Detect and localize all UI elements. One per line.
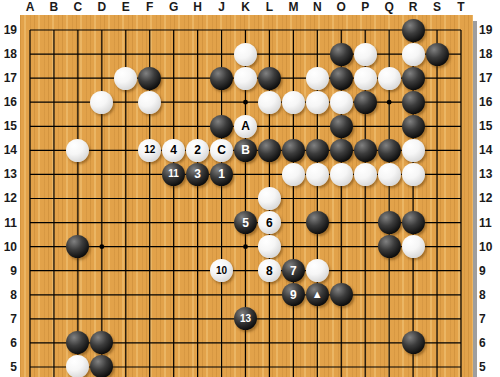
stone-white-L9[interactable]: 8 [258,259,281,282]
stone-black-F17[interactable] [138,67,161,90]
stone-black-J17[interactable] [210,67,233,90]
col-label-C: C [68,0,88,15]
col-label-O: O [331,0,351,15]
stone-black-O14[interactable] [330,139,353,162]
col-label-G: G [164,0,184,15]
go-diagram: ABCDEFGHJKLMNOPQRST 19181716151413121110… [0,0,500,377]
stone-white-M16[interactable] [282,91,305,114]
row-label-left-17: 17 [0,70,17,86]
col-label-L: L [259,0,279,15]
row-label-left-19: 19 [0,22,17,38]
row-label-right-8: 8 [479,287,499,303]
stone-white-E17[interactable] [114,67,137,90]
stone-black-J15[interactable] [210,115,233,138]
stone-white-P17[interactable] [354,67,377,90]
stone-white-F14[interactable]: 12 [138,139,161,162]
stone-black-D5[interactable] [90,355,113,377]
stone-black-R15[interactable] [402,115,425,138]
stone-white-F16[interactable] [138,91,161,114]
row-label-right-10: 10 [479,239,499,255]
row-label-left-10: 10 [0,239,17,255]
star-point-K10 [243,244,248,249]
stone-white-J14[interactable]: C [210,139,233,162]
col-label-F: F [140,0,160,15]
stone-black-G13[interactable]: 11 [162,163,185,186]
row-label-right-15: 15 [479,118,499,134]
col-label-K: K [235,0,255,15]
stone-white-K17[interactable] [234,67,257,90]
row-label-left-12: 12 [0,190,17,206]
stone-white-O16[interactable] [330,91,353,114]
stone-white-K15[interactable]: A [234,115,257,138]
stone-white-R18[interactable] [402,43,425,66]
col-label-P: P [355,0,375,15]
stone-black-R19[interactable] [402,19,425,42]
col-label-M: M [283,0,303,15]
stone-white-N16[interactable] [306,91,329,114]
row-label-left-5: 5 [0,359,17,375]
stone-white-N9[interactable] [306,259,329,282]
row-label-right-9: 9 [479,263,499,279]
stone-white-R13[interactable] [402,163,425,186]
stone-white-L11[interactable]: 6 [258,211,281,234]
stone-black-O15[interactable] [330,115,353,138]
stone-black-R16[interactable] [402,91,425,114]
row-label-right-16: 16 [479,94,499,110]
stone-black-Q10[interactable] [378,235,401,258]
stone-white-M13[interactable] [282,163,305,186]
row-label-left-8: 8 [0,287,17,303]
row-label-right-12: 12 [479,190,499,206]
row-label-right-6: 6 [479,335,499,351]
stone-white-N17[interactable] [306,67,329,90]
stone-white-D16[interactable] [90,91,113,114]
star-point-Q16 [387,100,392,105]
row-label-left-7: 7 [0,311,17,327]
stone-black-J13[interactable]: 1 [210,163,233,186]
star-point-D10 [99,244,104,249]
stone-white-Q13[interactable] [378,163,401,186]
stone-black-P14[interactable] [354,139,377,162]
col-label-B: B [44,0,64,15]
row-label-left-18: 18 [0,46,17,62]
stone-white-C5[interactable] [66,355,89,377]
stone-black-R11[interactable] [402,211,425,234]
col-label-N: N [307,0,327,15]
row-label-right-18: 18 [479,46,499,62]
row-label-right-17: 17 [479,70,499,86]
row-label-right-14: 14 [479,142,499,158]
col-label-T: T [451,0,471,15]
stone-white-O13[interactable] [330,163,353,186]
stone-black-K14[interactable]: B [234,139,257,162]
row-label-left-6: 6 [0,335,17,351]
stone-black-M9[interactable]: 7 [282,259,305,282]
stone-white-K18[interactable] [234,43,257,66]
stone-black-O17[interactable] [330,67,353,90]
stone-white-N13[interactable] [306,163,329,186]
col-label-E: E [116,0,136,15]
triangle-mark: ▲ [312,289,323,300]
stone-black-H13[interactable]: 3 [186,163,209,186]
stone-white-G14[interactable]: 4 [162,139,185,162]
stone-black-R6[interactable] [402,331,425,354]
stone-black-Q14[interactable] [378,139,401,162]
stone-white-L10[interactable] [258,235,281,258]
stone-black-L17[interactable] [258,67,281,90]
stone-black-N14[interactable] [306,139,329,162]
stone-black-L14[interactable] [258,139,281,162]
go-board[interactable]: A1242CB11315610879▲13 [20,15,473,377]
stone-black-N8[interactable]: ▲ [306,283,329,306]
stone-white-L16[interactable] [258,91,281,114]
col-label-J: J [212,0,232,15]
stone-white-R10[interactable] [402,235,425,258]
board-edge-shadow [473,21,477,377]
stone-white-P13[interactable] [354,163,377,186]
row-label-left-9: 9 [0,263,17,279]
col-label-S: S [427,0,447,15]
col-label-A: A [20,0,40,15]
stone-black-K11[interactable]: 5 [234,211,257,234]
stone-white-P18[interactable] [354,43,377,66]
row-label-right-13: 13 [479,166,499,182]
col-label-H: H [188,0,208,15]
row-label-left-16: 16 [0,94,17,110]
stone-black-P16[interactable] [354,91,377,114]
row-label-right-7: 7 [479,311,499,327]
row-label-left-15: 15 [0,118,17,134]
stone-white-Q17[interactable] [378,67,401,90]
stone-black-R17[interactable] [402,67,425,90]
stone-white-H14[interactable]: 2 [186,139,209,162]
stone-black-O18[interactable] [330,43,353,66]
row-label-left-13: 13 [0,166,17,182]
row-label-right-5: 5 [479,359,499,375]
star-point-K16 [243,100,248,105]
stone-black-M14[interactable] [282,139,305,162]
col-label-R: R [403,0,423,15]
stone-white-R14[interactable] [402,139,425,162]
row-label-right-11: 11 [479,215,499,231]
row-label-left-11: 11 [0,215,17,231]
col-label-Q: Q [379,0,399,15]
stone-black-O8[interactable] [330,283,353,306]
row-label-left-14: 14 [0,142,17,158]
stone-black-N11[interactable] [306,211,329,234]
col-label-D: D [92,0,112,15]
row-label-right-19: 19 [479,22,499,38]
stone-white-L12[interactable] [258,187,281,210]
stone-black-S18[interactable] [426,43,449,66]
stone-black-M8[interactable]: 9 [282,283,305,306]
stone-black-Q11[interactable] [378,211,401,234]
